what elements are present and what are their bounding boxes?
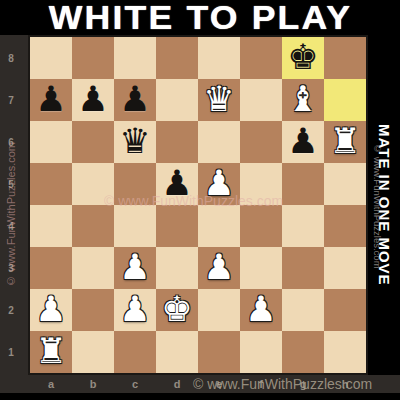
square-d1[interactable] bbox=[156, 331, 198, 373]
square-h7[interactable] bbox=[324, 79, 366, 121]
rank-label-6: 6 bbox=[0, 121, 22, 163]
white-pawn-e5[interactable]: ♟ bbox=[203, 166, 234, 203]
square-f1[interactable] bbox=[240, 331, 282, 373]
black-pawn-c7[interactable]: ♟ bbox=[119, 82, 150, 119]
mate-in-one-label: MATE IN ONE MOVE bbox=[376, 124, 393, 286]
rank-labels: 87654321 bbox=[0, 37, 22, 373]
square-f5[interactable] bbox=[240, 163, 282, 205]
square-g2[interactable] bbox=[282, 289, 324, 331]
square-a8[interactable] bbox=[30, 37, 72, 79]
file-labels: abcdefgh bbox=[30, 375, 366, 393]
white-pawn-c2[interactable]: ♟ bbox=[119, 292, 150, 329]
rank-label-5: 5 bbox=[0, 163, 22, 205]
square-a1[interactable]: ♜ bbox=[30, 331, 72, 373]
square-b8[interactable] bbox=[72, 37, 114, 79]
square-b7[interactable]: ♟ bbox=[72, 79, 114, 121]
square-f2[interactable]: ♟ bbox=[240, 289, 282, 331]
square-g8[interactable]: ♚ bbox=[282, 37, 324, 79]
square-c8[interactable] bbox=[114, 37, 156, 79]
square-d4[interactable] bbox=[156, 205, 198, 247]
square-f7[interactable] bbox=[240, 79, 282, 121]
white-pawn-f2[interactable]: ♟ bbox=[245, 292, 276, 329]
left-frame: 87654321 © www.FunWithPuzzles.com bbox=[0, 35, 28, 393]
square-c5[interactable] bbox=[114, 163, 156, 205]
bottom-frame: abcdefgh bbox=[0, 375, 400, 393]
square-h1[interactable] bbox=[324, 331, 366, 373]
square-e6[interactable] bbox=[198, 121, 240, 163]
square-b4[interactable] bbox=[72, 205, 114, 247]
puzzle-title: WHITE TO PLAY bbox=[48, 0, 351, 37]
square-g6[interactable]: ♟ bbox=[282, 121, 324, 163]
square-b2[interactable] bbox=[72, 289, 114, 331]
square-c4[interactable] bbox=[114, 205, 156, 247]
square-g1[interactable] bbox=[282, 331, 324, 373]
square-h4[interactable] bbox=[324, 205, 366, 247]
file-label-h: h bbox=[324, 375, 366, 393]
square-h3[interactable] bbox=[324, 247, 366, 289]
square-e2[interactable] bbox=[198, 289, 240, 331]
side-label-wrap: MATE IN ONE MOVE bbox=[368, 35, 400, 375]
square-c7[interactable]: ♟ bbox=[114, 79, 156, 121]
square-e5[interactable]: ♟ bbox=[198, 163, 240, 205]
square-h6[interactable]: ♜ bbox=[324, 121, 366, 163]
square-e3[interactable]: ♟ bbox=[198, 247, 240, 289]
square-f8[interactable] bbox=[240, 37, 282, 79]
black-pawn-g6[interactable]: ♟ bbox=[287, 124, 318, 161]
white-pawn-c3[interactable]: ♟ bbox=[119, 250, 150, 287]
square-d2[interactable]: ♚ bbox=[156, 289, 198, 331]
file-label-c: c bbox=[114, 375, 156, 393]
square-f3[interactable] bbox=[240, 247, 282, 289]
white-rook-a1[interactable]: ♜ bbox=[35, 334, 66, 371]
square-b6[interactable] bbox=[72, 121, 114, 163]
rank-label-4: 4 bbox=[0, 205, 22, 247]
right-frame: MATE IN ONE MOVE © www.FunWithPuzzles.co… bbox=[368, 35, 400, 375]
black-pawn-b7[interactable]: ♟ bbox=[77, 82, 108, 119]
square-g3[interactable] bbox=[282, 247, 324, 289]
square-d5[interactable]: ♟ bbox=[156, 163, 198, 205]
rank-label-2: 2 bbox=[0, 289, 22, 331]
title-banner: WHITE TO PLAY bbox=[0, 0, 400, 35]
square-a6[interactable] bbox=[30, 121, 72, 163]
square-f6[interactable] bbox=[240, 121, 282, 163]
square-c6[interactable]: ♛ bbox=[114, 121, 156, 163]
square-h5[interactable] bbox=[324, 163, 366, 205]
white-pawn-e3[interactable]: ♟ bbox=[203, 250, 234, 287]
chess-board: ♚♟♟♟♛♝♛♟♜♟♟♟♟♟♟♚♟♜ bbox=[30, 37, 366, 373]
square-a4[interactable] bbox=[30, 205, 72, 247]
file-label-a: a bbox=[30, 375, 72, 393]
square-b1[interactable] bbox=[72, 331, 114, 373]
square-d6[interactable] bbox=[156, 121, 198, 163]
file-label-b: b bbox=[72, 375, 114, 393]
square-a7[interactable]: ♟ bbox=[30, 79, 72, 121]
square-g4[interactable] bbox=[282, 205, 324, 247]
square-a5[interactable] bbox=[30, 163, 72, 205]
board-frame: ♚♟♟♟♛♝♛♟♜♟♟♟♟♟♟♚♟♜ © www.FunWithPuzzles.… bbox=[28, 35, 368, 375]
square-e8[interactable] bbox=[198, 37, 240, 79]
file-label-f: f bbox=[240, 375, 282, 393]
square-e7[interactable]: ♛ bbox=[198, 79, 240, 121]
square-f4[interactable] bbox=[240, 205, 282, 247]
file-label-g: g bbox=[282, 375, 324, 393]
white-queen-e7[interactable]: ♛ bbox=[203, 82, 234, 119]
black-queen-c6[interactable]: ♛ bbox=[119, 124, 150, 161]
square-b3[interactable] bbox=[72, 247, 114, 289]
black-pawn-d5[interactable]: ♟ bbox=[161, 166, 192, 203]
square-a2[interactable]: ♟ bbox=[30, 289, 72, 331]
square-e1[interactable] bbox=[198, 331, 240, 373]
square-b5[interactable] bbox=[72, 163, 114, 205]
square-d3[interactable] bbox=[156, 247, 198, 289]
white-rook-h6[interactable]: ♜ bbox=[329, 124, 360, 161]
square-c3[interactable]: ♟ bbox=[114, 247, 156, 289]
rank-label-8: 8 bbox=[0, 37, 22, 79]
square-c1[interactable] bbox=[114, 331, 156, 373]
square-g7[interactable]: ♝ bbox=[282, 79, 324, 121]
white-pawn-a2[interactable]: ♟ bbox=[35, 292, 66, 329]
square-c2[interactable]: ♟ bbox=[114, 289, 156, 331]
black-pawn-a7[interactable]: ♟ bbox=[35, 82, 66, 119]
square-h2[interactable] bbox=[324, 289, 366, 331]
file-label-d: d bbox=[156, 375, 198, 393]
rank-label-3: 3 bbox=[0, 247, 22, 289]
rank-label-7: 7 bbox=[0, 79, 22, 121]
square-h8[interactable] bbox=[324, 37, 366, 79]
file-label-e: e bbox=[198, 375, 240, 393]
square-d7[interactable] bbox=[156, 79, 198, 121]
square-a3[interactable] bbox=[30, 247, 72, 289]
square-e4[interactable] bbox=[198, 205, 240, 247]
rank-label-1: 1 bbox=[0, 331, 22, 373]
white-bishop-g7[interactable]: ♝ bbox=[287, 82, 318, 119]
black-king-g8[interactable]: ♚ bbox=[287, 40, 318, 77]
puzzle-page: WHITE TO PLAY 87654321 © www.FunWithPuzz… bbox=[0, 0, 400, 400]
square-d8[interactable] bbox=[156, 37, 198, 79]
square-g5[interactable] bbox=[282, 163, 324, 205]
white-king-d2[interactable]: ♚ bbox=[161, 292, 192, 329]
